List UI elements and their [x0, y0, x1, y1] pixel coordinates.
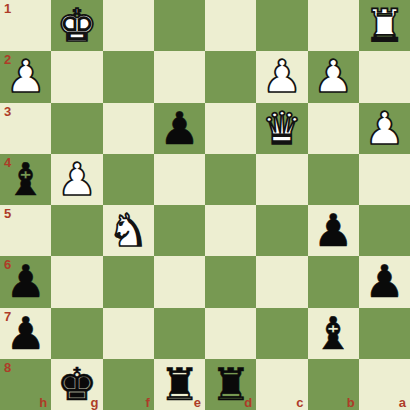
square-f2[interactable] [103, 51, 154, 102]
black-pawn: ♟ [159, 103, 199, 154]
black-pawn: ♟ [5, 308, 45, 359]
file-label-f: f [145, 395, 149, 410]
file-label-a: a [399, 395, 406, 410]
square-g8[interactable]: ♚g [51, 359, 102, 410]
square-c3[interactable]: ♛ [256, 103, 307, 154]
square-h6[interactable]: ♟6 [0, 256, 51, 307]
square-f7[interactable] [103, 308, 154, 359]
square-e3[interactable]: ♟ [154, 103, 205, 154]
rank-label-3: 3 [4, 104, 11, 119]
square-d1[interactable] [205, 0, 256, 51]
white-pawn: ♟ [313, 51, 353, 102]
square-d8[interactable]: ♜d [205, 359, 256, 410]
square-a1[interactable]: ♜ [359, 0, 410, 51]
square-d3[interactable] [205, 103, 256, 154]
black-bishop: ♝ [313, 308, 353, 359]
white-queen: ♛ [262, 103, 302, 154]
rank-label-7: 7 [4, 309, 11, 324]
square-c1[interactable] [256, 0, 307, 51]
square-d4[interactable] [205, 154, 256, 205]
file-label-g: g [91, 395, 99, 410]
square-e6[interactable] [154, 256, 205, 307]
square-e8[interactable]: ♜e [154, 359, 205, 410]
file-label-d: d [244, 395, 252, 410]
square-g2[interactable] [51, 51, 102, 102]
square-b4[interactable] [308, 154, 359, 205]
square-f1[interactable] [103, 0, 154, 51]
file-label-b: b [347, 395, 355, 410]
square-h2[interactable]: ♟2 [0, 51, 51, 102]
white-pawn: ♟ [57, 154, 97, 205]
chess-board: 1♚♜♟2♟♟3♟♛♟♝4♟5♞♟♟6♟♟7♝8h♚gf♜e♜dcba [0, 0, 410, 410]
square-h4[interactable]: ♝4 [0, 154, 51, 205]
square-b5[interactable]: ♟ [308, 205, 359, 256]
black-pawn: ♟ [5, 256, 45, 307]
square-a5[interactable] [359, 205, 410, 256]
square-d6[interactable] [205, 256, 256, 307]
square-g7[interactable] [51, 308, 102, 359]
rank-label-8: 8 [4, 360, 11, 375]
square-c2[interactable]: ♟ [256, 51, 307, 102]
square-d2[interactable] [205, 51, 256, 102]
square-h8[interactable]: 8h [0, 359, 51, 410]
square-f3[interactable] [103, 103, 154, 154]
square-a3[interactable]: ♟ [359, 103, 410, 154]
square-h5[interactable]: 5 [0, 205, 51, 256]
rank-label-2: 2 [4, 52, 11, 67]
square-c6[interactable] [256, 256, 307, 307]
square-g1[interactable]: ♚ [51, 0, 102, 51]
square-g3[interactable] [51, 103, 102, 154]
square-c7[interactable] [256, 308, 307, 359]
file-label-h: h [39, 395, 47, 410]
rank-label-4: 4 [4, 155, 11, 170]
square-b3[interactable] [308, 103, 359, 154]
square-f4[interactable] [103, 154, 154, 205]
square-g5[interactable] [51, 205, 102, 256]
square-a8[interactable]: a [359, 359, 410, 410]
rank-label-6: 6 [4, 257, 11, 272]
square-e1[interactable] [154, 0, 205, 51]
square-f5[interactable]: ♞ [103, 205, 154, 256]
white-pawn: ♟ [364, 103, 404, 154]
square-c4[interactable] [256, 154, 307, 205]
square-f8[interactable]: f [103, 359, 154, 410]
white-rook: ♜ [364, 0, 404, 51]
square-d7[interactable] [205, 308, 256, 359]
white-pawn: ♟ [5, 51, 45, 102]
white-knight: ♞ [108, 205, 148, 256]
square-h3[interactable]: 3 [0, 103, 51, 154]
square-b1[interactable] [308, 0, 359, 51]
square-c5[interactable] [256, 205, 307, 256]
white-king: ♚ [57, 0, 97, 51]
square-e2[interactable] [154, 51, 205, 102]
file-label-e: e [194, 395, 201, 410]
square-b8[interactable]: b [308, 359, 359, 410]
square-h7[interactable]: ♟7 [0, 308, 51, 359]
square-a6[interactable]: ♟ [359, 256, 410, 307]
square-b2[interactable]: ♟ [308, 51, 359, 102]
black-bishop: ♝ [5, 154, 45, 205]
square-f6[interactable] [103, 256, 154, 307]
square-a7[interactable] [359, 308, 410, 359]
square-b6[interactable] [308, 256, 359, 307]
square-a4[interactable] [359, 154, 410, 205]
square-e5[interactable] [154, 205, 205, 256]
square-a2[interactable] [359, 51, 410, 102]
rank-label-1: 1 [4, 1, 11, 16]
square-e7[interactable] [154, 308, 205, 359]
square-d5[interactable] [205, 205, 256, 256]
square-h1[interactable]: 1 [0, 0, 51, 51]
square-g6[interactable] [51, 256, 102, 307]
black-pawn: ♟ [313, 205, 353, 256]
rank-label-5: 5 [4, 206, 11, 221]
square-e4[interactable] [154, 154, 205, 205]
file-label-c: c [296, 395, 303, 410]
white-pawn: ♟ [262, 51, 302, 102]
square-c8[interactable]: c [256, 359, 307, 410]
square-g4[interactable]: ♟ [51, 154, 102, 205]
black-pawn: ♟ [364, 256, 404, 307]
square-b7[interactable]: ♝ [308, 308, 359, 359]
